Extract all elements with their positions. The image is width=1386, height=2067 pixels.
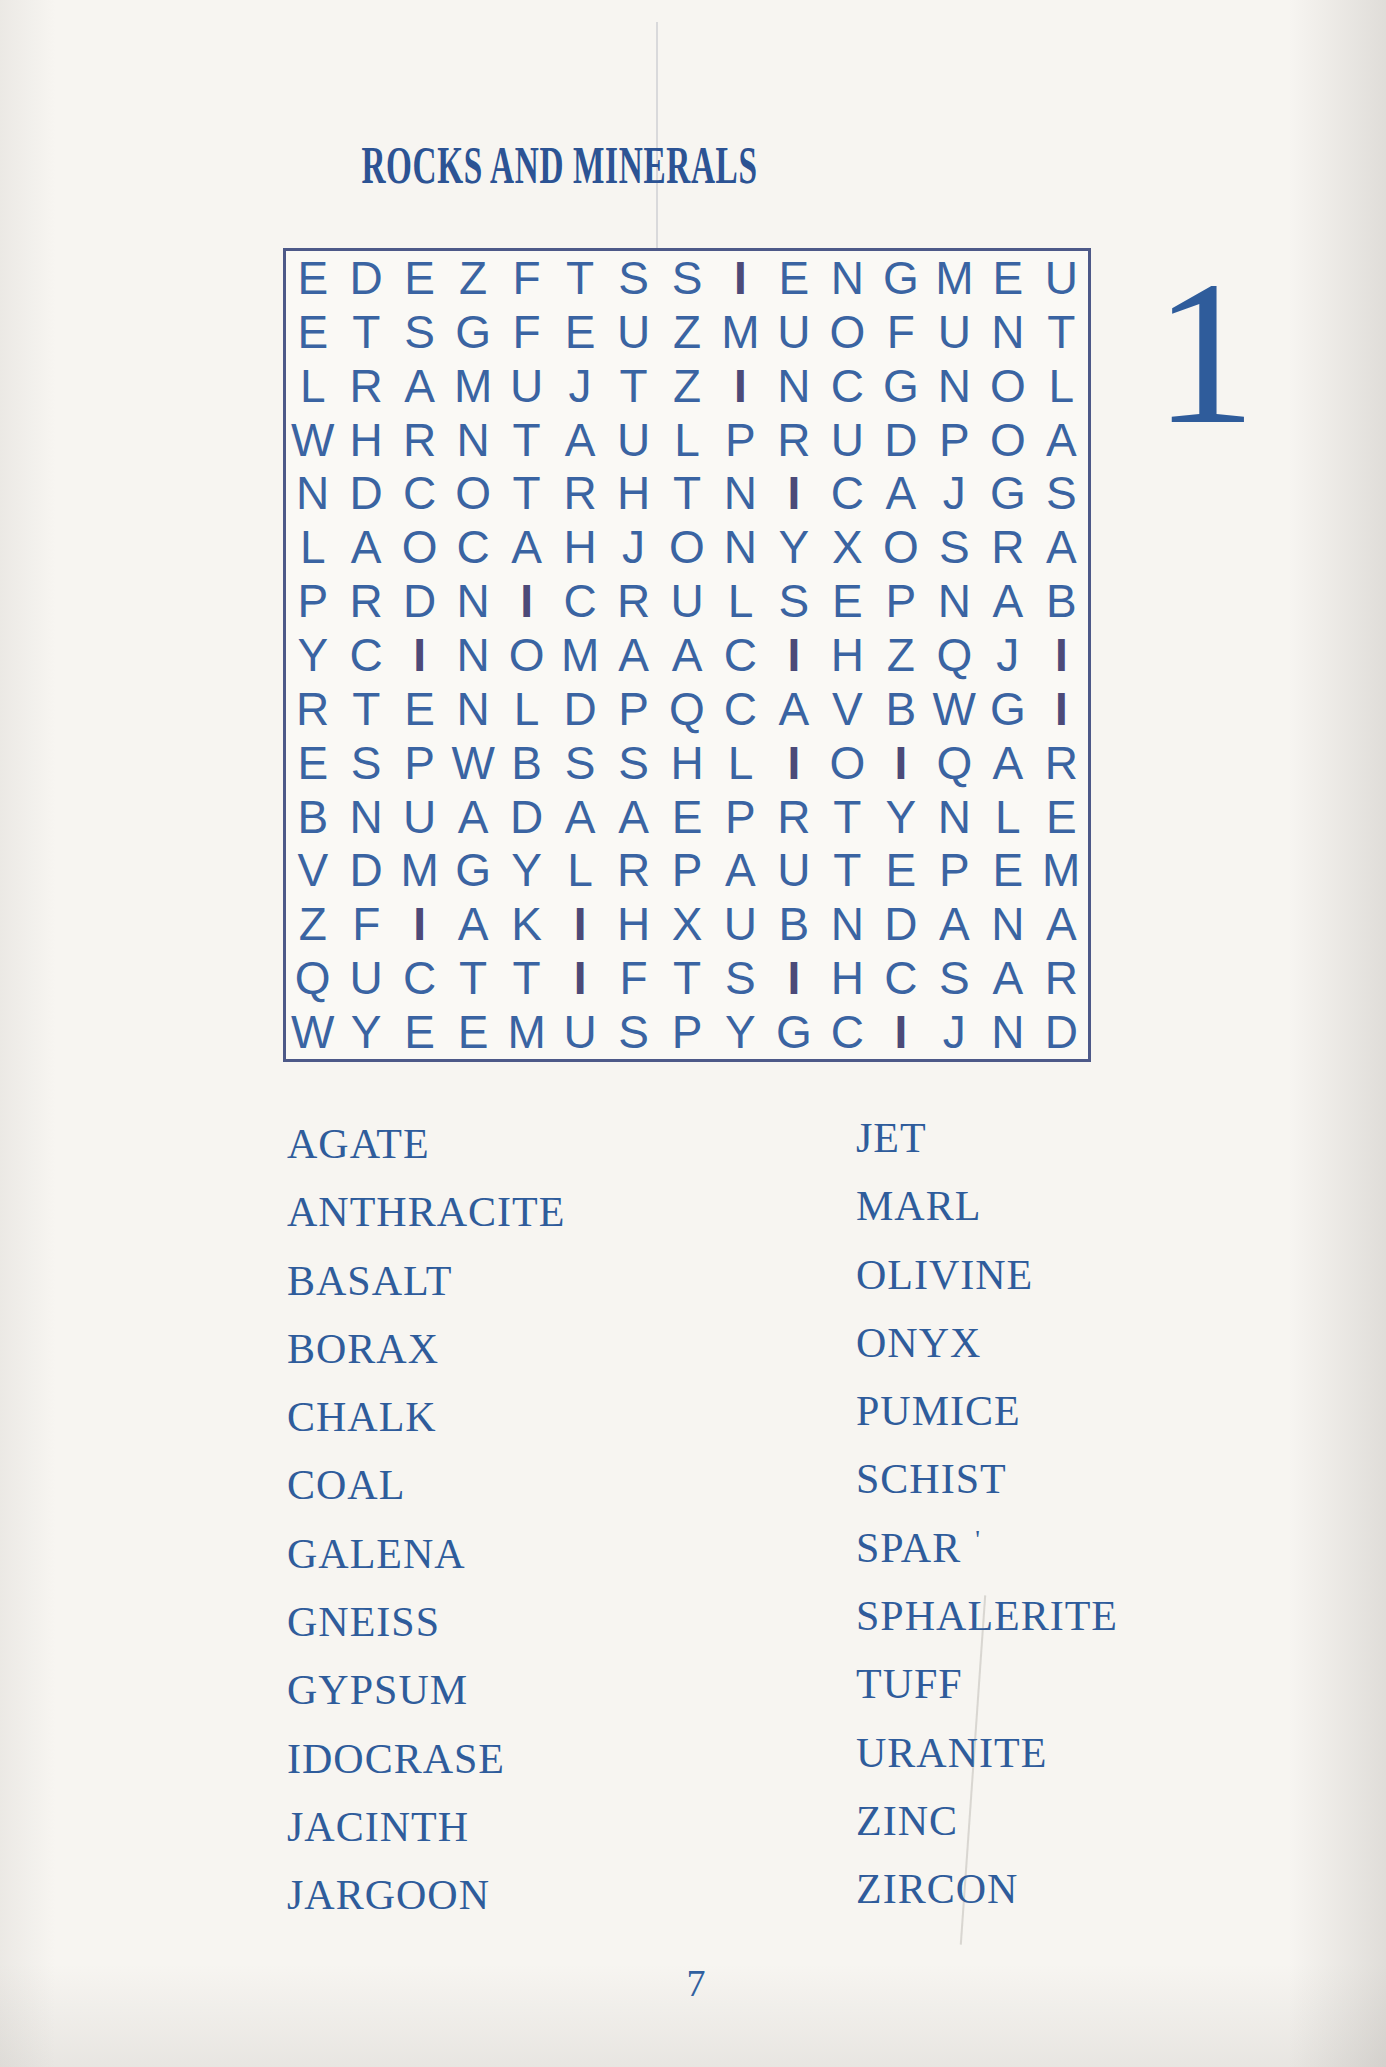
grid-cell-r5c2[interactable]: D — [339, 466, 392, 520]
grid-cell-r6c14[interactable]: R — [981, 520, 1034, 574]
grid-cell-r1c9[interactable]: I — [714, 251, 767, 305]
grid-cell-r5c11[interactable]: C — [821, 466, 874, 520]
grid-cell-r15c6[interactable]: U — [553, 1005, 606, 1059]
grid-cell-r5c14[interactable]: G — [981, 466, 1034, 520]
grid-cell-r2c4[interactable]: G — [446, 305, 499, 359]
grid-cell-r14c9[interactable]: S — [714, 951, 767, 1005]
grid-cell-r14c3[interactable]: C — [393, 951, 446, 1005]
grid-cell-r14c2[interactable]: U — [339, 951, 392, 1005]
grid-cell-r11c14[interactable]: L — [981, 790, 1034, 844]
grid-cell-r2c14[interactable]: N — [981, 305, 1034, 359]
grid-cell-r11c7[interactable]: A — [607, 790, 660, 844]
grid-cell-r7c2[interactable]: R — [339, 574, 392, 628]
grid-cell-r13c12[interactable]: D — [874, 897, 927, 951]
grid-cell-r1c10[interactable]: E — [767, 251, 820, 305]
grid-cell-r8c13[interactable]: Q — [928, 628, 981, 682]
grid-cell-r4c6[interactable]: A — [553, 413, 606, 467]
grid-cell-r14c14[interactable]: A — [981, 951, 1034, 1005]
grid-cell-r2c8[interactable]: Z — [660, 305, 713, 359]
grid-cell-r9c1[interactable]: R — [286, 682, 339, 736]
grid-cell-r2c3[interactable]: S — [393, 305, 446, 359]
grid-cell-r4c15[interactable]: A — [1035, 413, 1088, 467]
grid-cell-r15c2[interactable]: Y — [339, 1005, 392, 1059]
grid-cell-r15c13[interactable]: J — [928, 1005, 981, 1059]
grid-cell-r9c11[interactable]: V — [821, 682, 874, 736]
grid-cell-r3c1[interactable]: L — [286, 359, 339, 413]
grid-cell-r13c15[interactable]: A — [1035, 897, 1088, 951]
grid-cell-r4c12[interactable]: D — [874, 413, 927, 467]
grid-cell-r6c8[interactable]: O — [660, 520, 713, 574]
grid-cell-r8c5[interactable]: O — [500, 628, 553, 682]
word-item-schist: SCHIST — [856, 1445, 1118, 1513]
word-item-gypsum: GYPSUM — [287, 1656, 565, 1724]
grid-cell-r1c11[interactable]: N — [821, 251, 874, 305]
grid-cell-r11c12[interactable]: Y — [874, 790, 927, 844]
grid-cell-r7c13[interactable]: N — [928, 574, 981, 628]
grid-cell-r4c3[interactable]: R — [393, 413, 446, 467]
grid-cell-r14c8[interactable]: T — [660, 951, 713, 1005]
grid-cell-r9c10[interactable]: A — [767, 682, 820, 736]
grid-cell-r13c7[interactable]: H — [607, 897, 660, 951]
grid-cell-r3c6[interactable]: J — [553, 359, 606, 413]
grid-cell-r15c15[interactable]: D — [1035, 1005, 1088, 1059]
grid-cell-r10c4[interactable]: W — [446, 736, 499, 790]
grid-cell-r15c5[interactable]: M — [500, 1005, 553, 1059]
grid-cell-r4c11[interactable]: U — [821, 413, 874, 467]
grid-cell-r3c2[interactable]: R — [339, 359, 392, 413]
grid-cell-r14c11[interactable]: H — [821, 951, 874, 1005]
grid-cell-r5c9[interactable]: N — [714, 466, 767, 520]
grid-cell-r12c5[interactable]: Y — [500, 844, 553, 898]
grid-cell-r13c14[interactable]: N — [981, 897, 1034, 951]
grid-cell-r12c4[interactable]: G — [446, 844, 499, 898]
grid-cell-r6c10[interactable]: Y — [767, 520, 820, 574]
grid-cell-r15c9[interactable]: Y — [714, 1005, 767, 1059]
grid-cell-r15c1[interactable]: W — [286, 1005, 339, 1059]
grid-cell-r5c15[interactable]: S — [1035, 466, 1088, 520]
page-title-text: ROCKS AND MINERALS — [361, 130, 757, 202]
grid-cell-r6c6[interactable]: H — [553, 520, 606, 574]
grid-cell-r12c9[interactable]: A — [714, 844, 767, 898]
word-item-borax: BORAX — [287, 1315, 565, 1383]
grid-cell-r10c15[interactable]: R — [1035, 736, 1088, 790]
grid-cell-r1c4[interactable]: Z — [446, 251, 499, 305]
grid-cell-r14c15[interactable]: R — [1035, 951, 1088, 1005]
grid-cell-r5c13[interactable]: J — [928, 466, 981, 520]
grid-cell-r1c5[interactable]: F — [500, 251, 553, 305]
grid-cell-r13c11[interactable]: N — [821, 897, 874, 951]
stray-ink-mark: ' — [975, 1525, 981, 1554]
grid-cell-r13c10[interactable]: B — [767, 897, 820, 951]
grid-cell-r3c15[interactable]: L — [1035, 359, 1088, 413]
grid-cell-r7c6[interactable]: C — [553, 574, 606, 628]
grid-cell-r7c3[interactable]: D — [393, 574, 446, 628]
grid-cell-r6c4[interactable]: C — [446, 520, 499, 574]
word-item-agate: AGATE — [287, 1110, 565, 1178]
word-item-jacinth: JACINTH — [287, 1793, 565, 1861]
grid-cell-r15c12[interactable]: I — [874, 1005, 927, 1059]
grid-cell-r7c8[interactable]: U — [660, 574, 713, 628]
grid-cell-r13c5[interactable]: K — [500, 897, 553, 951]
grid-cell-r2c12[interactable]: F — [874, 305, 927, 359]
grid-cell-r5c3[interactable]: C — [393, 466, 446, 520]
grid-cell-r7c15[interactable]: B — [1035, 574, 1088, 628]
grid-cell-r9c4[interactable]: N — [446, 682, 499, 736]
word-item-zinc: ZINC — [856, 1787, 1118, 1855]
grid-cell-r10c12[interactable]: I — [874, 736, 927, 790]
grid-cell-r4c10[interactable]: R — [767, 413, 820, 467]
grid-cell-r14c4[interactable]: T — [446, 951, 499, 1005]
grid-cell-r7c14[interactable]: A — [981, 574, 1034, 628]
grid-cell-r3c4[interactable]: M — [446, 359, 499, 413]
grid-cell-r3c8[interactable]: Z — [660, 359, 713, 413]
grid-cell-r9c6[interactable]: D — [553, 682, 606, 736]
grid-cell-r11c6[interactable]: A — [553, 790, 606, 844]
grid-cell-r12c14[interactable]: E — [981, 844, 1034, 898]
grid-cell-r9c15[interactable]: I — [1035, 682, 1088, 736]
grid-cell-r11c9[interactable]: P — [714, 790, 767, 844]
word-item-pumice: PUMICE — [856, 1377, 1118, 1445]
grid-cell-r9c7[interactable]: P — [607, 682, 660, 736]
grid-cell-r11c5[interactable]: D — [500, 790, 553, 844]
grid-cell-r8c15[interactable]: I — [1035, 628, 1088, 682]
grid-cell-r4c8[interactable]: L — [660, 413, 713, 467]
word-search-grid: EDEZFTSSIENGMEUETSGFEUZMUOFUNTLRAMUJTZIN… — [283, 248, 1091, 1062]
grid-cell-r3c12[interactable]: G — [874, 359, 927, 413]
grid-cell-r3c11[interactable]: C — [821, 359, 874, 413]
grid-cell-r9c14[interactable]: G — [981, 682, 1034, 736]
word-item-zircon: ZIRCON — [856, 1855, 1118, 1923]
grid-cell-r13c4[interactable]: A — [446, 897, 499, 951]
grid-cell-r5c1[interactable]: N — [286, 466, 339, 520]
word-item-marl: MARL — [856, 1172, 1118, 1240]
grid-cell-r8c9[interactable]: C — [714, 628, 767, 682]
word-item-jargoon: JARGOON — [287, 1861, 565, 1929]
grid-cell-r9c12[interactable]: B — [874, 682, 927, 736]
grid-cell-r10c1[interactable]: E — [286, 736, 339, 790]
grid-cell-r1c7[interactable]: S — [607, 251, 660, 305]
grid-cell-r14c12[interactable]: C — [874, 951, 927, 1005]
grid-cell-r11c13[interactable]: N — [928, 790, 981, 844]
grid-cell-r5c8[interactable]: T — [660, 466, 713, 520]
grid-cell-r4c1[interactable]: W — [286, 413, 339, 467]
grid-cell-r2c2[interactable]: T — [339, 305, 392, 359]
grid-cell-r6c15[interactable]: A — [1035, 520, 1088, 574]
grid-cell-r11c1[interactable]: B — [286, 790, 339, 844]
word-item-tuff: TUFF — [856, 1650, 1118, 1718]
grid-cell-r12c12[interactable]: E — [874, 844, 927, 898]
grid-cell-r7c4[interactable]: N — [446, 574, 499, 628]
word-item-uranite: URANITE — [856, 1719, 1118, 1787]
grid-cell-r5c7[interactable]: H — [607, 466, 660, 520]
grid-cell-r7c7[interactable]: R — [607, 574, 660, 628]
grid-cell-r15c3[interactable]: E — [393, 1005, 446, 1059]
word-item-gneiss: GNEISS — [287, 1588, 565, 1656]
grid-cell-r10c10[interactable]: I — [767, 736, 820, 790]
grid-cell-r10c6[interactable]: S — [553, 736, 606, 790]
grid-cell-r1c14[interactable]: E — [981, 251, 1034, 305]
grid-cell-r12c3[interactable]: M — [393, 844, 446, 898]
grid-cell-r15c10[interactable]: G — [767, 1005, 820, 1059]
grid-cell-r11c8[interactable]: E — [660, 790, 713, 844]
grid-cell-r5c10[interactable]: I — [767, 466, 820, 520]
word-item-onyx: ONYX — [856, 1309, 1118, 1377]
grid-cell-r8c8[interactable]: A — [660, 628, 713, 682]
grid-cell-r13c13[interactable]: A — [928, 897, 981, 951]
grid-cell-r14c1[interactable]: Q — [286, 951, 339, 1005]
grid-cell-r9c5[interactable]: L — [500, 682, 553, 736]
grid-cell-r3c9[interactable]: I — [714, 359, 767, 413]
grid-cell-r6c7[interactable]: J — [607, 520, 660, 574]
grid-cell-r7c1[interactable]: P — [286, 574, 339, 628]
grid-cell-r8c11[interactable]: H — [821, 628, 874, 682]
grid-cell-r10c13[interactable]: Q — [928, 736, 981, 790]
grid-cell-r8c4[interactable]: N — [446, 628, 499, 682]
grid-cell-r7c11[interactable]: E — [821, 574, 874, 628]
grid-cell-r7c9[interactable]: L — [714, 574, 767, 628]
grid-cell-r4c14[interactable]: O — [981, 413, 1034, 467]
grid-cell-r14c7[interactable]: F — [607, 951, 660, 1005]
grid-cell-r10c7[interactable]: S — [607, 736, 660, 790]
grid-cell-r2c6[interactable]: E — [553, 305, 606, 359]
grid-cell-r10c2[interactable]: S — [339, 736, 392, 790]
grid-cell-r14c10[interactable]: I — [767, 951, 820, 1005]
grid-cell-r13c2[interactable]: F — [339, 897, 392, 951]
page-title: ROCKS AND MINERALS — [250, 130, 830, 202]
grid-cell-r11c15[interactable]: E — [1035, 790, 1088, 844]
grid-cell-r4c13[interactable]: P — [928, 413, 981, 467]
grid-cell-r1c6[interactable]: T — [553, 251, 606, 305]
grid-cell-r1c3[interactable]: E — [393, 251, 446, 305]
grid-cell-r12c8[interactable]: P — [660, 844, 713, 898]
grid-cell-r10c8[interactable]: H — [660, 736, 713, 790]
grid-cell-r4c5[interactable]: T — [500, 413, 553, 467]
scanned-puzzle-page: ROCKS AND MINERALS EDEZFTSSIENGMEUETSGFE… — [0, 0, 1386, 2067]
grid-cell-r9c13[interactable]: W — [928, 682, 981, 736]
grid-cell-r15c7[interactable]: S — [607, 1005, 660, 1059]
grid-cell-r10c11[interactable]: O — [821, 736, 874, 790]
grid-cell-r3c7[interactable]: T — [607, 359, 660, 413]
grid-cell-r6c12[interactable]: O — [874, 520, 927, 574]
grid-cell-r1c15[interactable]: U — [1035, 251, 1088, 305]
grid-cell-r6c1[interactable]: L — [286, 520, 339, 574]
grid-cell-r1c2[interactable]: D — [339, 251, 392, 305]
grid-cell-r8c10[interactable]: I — [767, 628, 820, 682]
grid-cell-r13c8[interactable]: X — [660, 897, 713, 951]
grid-cell-r1c13[interactable]: M — [928, 251, 981, 305]
grid-cell-r1c1[interactable]: E — [286, 251, 339, 305]
grid-cell-r7c10[interactable]: S — [767, 574, 820, 628]
grid-cell-r4c2[interactable]: H — [339, 413, 392, 467]
grid-cell-r11c11[interactable]: T — [821, 790, 874, 844]
grid-cell-r8c1[interactable]: Y — [286, 628, 339, 682]
grid-cell-r6c3[interactable]: O — [393, 520, 446, 574]
grid-cell-r11c4[interactable]: A — [446, 790, 499, 844]
grid-cell-r11c2[interactable]: N — [339, 790, 392, 844]
grid-cell-r15c8[interactable]: P — [660, 1005, 713, 1059]
grid-cell-r15c14[interactable]: N — [981, 1005, 1034, 1059]
grid-cell-r14c6[interactable]: I — [553, 951, 606, 1005]
grid-cell-r6c2[interactable]: A — [339, 520, 392, 574]
grid-cell-r12c1[interactable]: V — [286, 844, 339, 898]
grid-cell-r1c8[interactable]: S — [660, 251, 713, 305]
grid-cell-r6c5[interactable]: A — [500, 520, 553, 574]
grid-cell-r8c12[interactable]: Z — [874, 628, 927, 682]
word-list-left-column: AGATEANTHRACITEBASALTBORAXCHALKCOALGALEN… — [287, 1110, 565, 1930]
grid-cell-r2c10[interactable]: U — [767, 305, 820, 359]
word-item-anthracite: ANTHRACITE — [287, 1178, 565, 1246]
page-number: 7 — [646, 1958, 746, 2008]
grid-cell-r10c5[interactable]: B — [500, 736, 553, 790]
grid-cell-r7c5[interactable]: I — [500, 574, 553, 628]
word-item-chalk: CHALK — [287, 1383, 565, 1451]
grid-cell-r14c13[interactable]: S — [928, 951, 981, 1005]
grid-cell-r12c15[interactable]: M — [1035, 844, 1088, 898]
word-item-coal: COAL — [287, 1451, 565, 1519]
grid-cell-r2c9[interactable]: M — [714, 305, 767, 359]
grid-cell-r15c4[interactable]: E — [446, 1005, 499, 1059]
grid-cell-r7c12[interactable]: P — [874, 574, 927, 628]
grid-cell-r12c11[interactable]: T — [821, 844, 874, 898]
grid-cell-r11c3[interactable]: U — [393, 790, 446, 844]
grid-cell-r11c10[interactable]: R — [767, 790, 820, 844]
grid-cell-r12c7[interactable]: R — [607, 844, 660, 898]
grid-cell-r5c4[interactable]: O — [446, 466, 499, 520]
grid-cell-r3c13[interactable]: N — [928, 359, 981, 413]
grid-cell-r13c1[interactable]: Z — [286, 897, 339, 951]
grid-cell-r9c9[interactable]: C — [714, 682, 767, 736]
grid-cell-r5c12[interactable]: A — [874, 466, 927, 520]
grid-cell-r9c3[interactable]: E — [393, 682, 446, 736]
word-list-right-column: JETMARLOLIVINEONYXPUMICESCHISTSPAR'SPHAL… — [856, 1104, 1118, 1924]
grid-cell-r8c6[interactable]: M — [553, 628, 606, 682]
grid-cell-r12c6[interactable]: L — [553, 844, 606, 898]
grid-cell-r14c5[interactable]: T — [500, 951, 553, 1005]
grid-cell-r2c7[interactable]: U — [607, 305, 660, 359]
word-item-idocrase: IDOCRASE — [287, 1725, 565, 1793]
grid-cell-r6c9[interactable]: N — [714, 520, 767, 574]
grid-cell-r1c12[interactable]: G — [874, 251, 927, 305]
grid-cell-r6c13[interactable]: S — [928, 520, 981, 574]
grid-cell-r12c13[interactable]: P — [928, 844, 981, 898]
word-item-olivine: OLIVINE — [856, 1241, 1118, 1309]
grid-cell-r5c6[interactable]: R — [553, 466, 606, 520]
grid-cell-r2c15[interactable]: T — [1035, 305, 1088, 359]
grid-cell-r13c6[interactable]: I — [553, 897, 606, 951]
grid-cell-r12c10[interactable]: U — [767, 844, 820, 898]
grid-cell-r2c11[interactable]: O — [821, 305, 874, 359]
grid-cell-r4c4[interactable]: N — [446, 413, 499, 467]
grid-cell-r5c5[interactable]: T — [500, 466, 553, 520]
grid-cell-r15c11[interactable]: C — [821, 1005, 874, 1059]
grid-cell-r13c3[interactable]: I — [393, 897, 446, 951]
grid-cell-r8c14[interactable]: J — [981, 628, 1034, 682]
grid-cell-r2c1[interactable]: E — [286, 305, 339, 359]
grid-cell-r2c5[interactable]: F — [500, 305, 553, 359]
grid-cell-r9c2[interactable]: T — [339, 682, 392, 736]
word-item-spar: SPAR' — [856, 1514, 1118, 1582]
grid-cell-r4c9[interactable]: P — [714, 413, 767, 467]
grid-cell-r4c7[interactable]: U — [607, 413, 660, 467]
grid-cell-r2c13[interactable]: U — [928, 305, 981, 359]
grid-cell-r8c7[interactable]: A — [607, 628, 660, 682]
grid-cell-r10c14[interactable]: A — [981, 736, 1034, 790]
grid-cell-r3c5[interactable]: U — [500, 359, 553, 413]
grid-cell-r3c10[interactable]: N — [767, 359, 820, 413]
grid-cell-r3c14[interactable]: O — [981, 359, 1034, 413]
word-item-sphalerite: SPHALERITE — [856, 1582, 1118, 1650]
grid-cell-r10c3[interactable]: P — [393, 736, 446, 790]
grid-cell-r8c3[interactable]: I — [393, 628, 446, 682]
grid-cell-r12c2[interactable]: D — [339, 844, 392, 898]
grid-cell-r6c11[interactable]: X — [821, 520, 874, 574]
word-item-jet: JET — [856, 1104, 1118, 1172]
grid-cell-r13c9[interactable]: U — [714, 897, 767, 951]
word-item-basalt: BASALT — [287, 1247, 565, 1315]
puzzle-number: 1 — [1150, 248, 1260, 458]
grid-cell-r3c3[interactable]: A — [393, 359, 446, 413]
word-item-galena: GALENA — [287, 1520, 565, 1588]
grid-cell-r9c8[interactable]: Q — [660, 682, 713, 736]
grid-cell-r8c2[interactable]: C — [339, 628, 392, 682]
grid-cell-r10c9[interactable]: L — [714, 736, 767, 790]
